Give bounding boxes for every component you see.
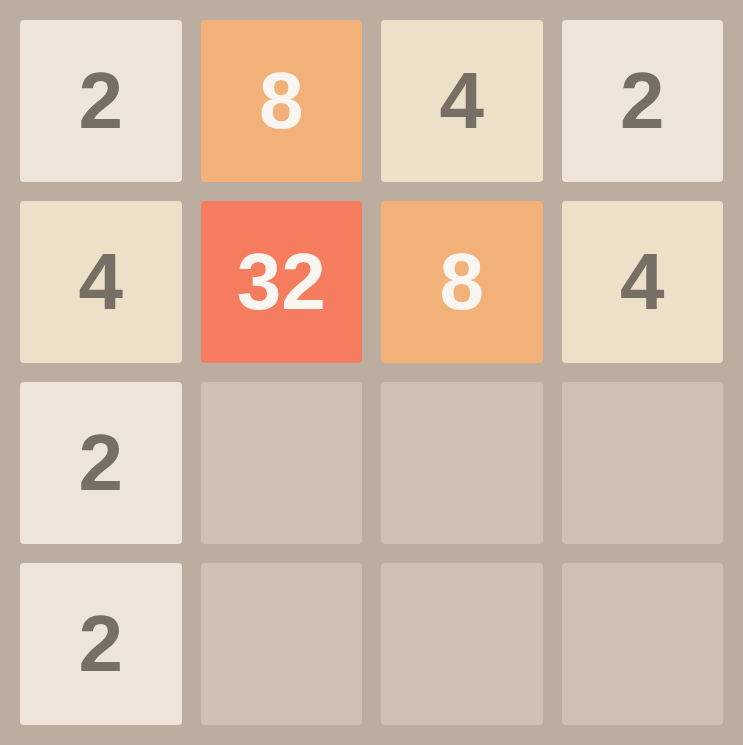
empty-cell <box>201 382 363 544</box>
empty-cell <box>562 382 724 544</box>
tile-4: 4 <box>381 20 543 182</box>
game-board-2048[interactable]: 28424328422 <box>0 0 743 745</box>
tile-4: 4 <box>20 201 182 363</box>
tile-2: 2 <box>20 563 182 725</box>
tile-32: 32 <box>201 201 363 363</box>
tile-8: 8 <box>381 201 543 363</box>
empty-cell <box>201 563 363 725</box>
tile-2: 2 <box>20 382 182 544</box>
tile-2: 2 <box>562 20 724 182</box>
empty-cell <box>562 563 724 725</box>
tile-4: 4 <box>562 201 724 363</box>
tile-8: 8 <box>201 20 363 182</box>
empty-cell <box>381 563 543 725</box>
tile-2: 2 <box>20 20 182 182</box>
empty-cell <box>381 382 543 544</box>
